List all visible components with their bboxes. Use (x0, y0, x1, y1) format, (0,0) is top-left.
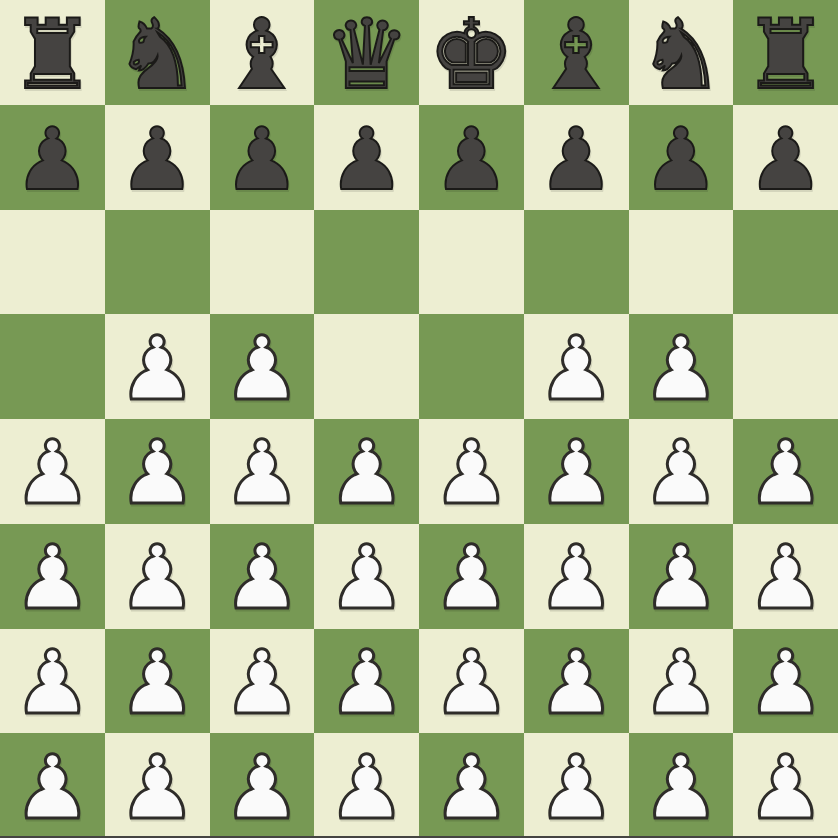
square-d3[interactable]: ♟ (314, 524, 419, 629)
square-c3[interactable]: ♟ (210, 524, 315, 629)
piece-white-pawn[interactable]: ♟ (641, 639, 720, 727)
square-c2[interactable]: ♟ (210, 629, 315, 734)
square-b8[interactable]: ♞ (105, 0, 210, 105)
square-f8[interactable]: ♝ (524, 0, 629, 105)
piece-white-pawn[interactable]: ♟ (13, 744, 92, 832)
square-a4[interactable]: ♟ (0, 419, 105, 524)
piece-white-pawn[interactable]: ♟ (222, 429, 301, 517)
piece-white-pawn[interactable]: ♟ (118, 639, 197, 727)
piece-white-pawn[interactable]: ♟ (222, 534, 301, 622)
piece-white-pawn[interactable]: ♟ (641, 534, 720, 622)
piece-black-pawn[interactable]: ♟ (328, 116, 405, 202)
piece-black-pawn[interactable]: ♟ (223, 116, 300, 202)
square-h5[interactable] (733, 314, 838, 419)
square-a3[interactable]: ♟ (0, 524, 105, 629)
square-e6[interactable] (419, 210, 524, 315)
square-f2[interactable]: ♟ (524, 629, 629, 734)
piece-black-queen[interactable]: ♛ (323, 6, 410, 103)
square-c7[interactable]: ♟ (210, 105, 315, 210)
piece-white-pawn[interactable]: ♟ (13, 429, 92, 517)
square-b4[interactable]: ♟ (105, 419, 210, 524)
piece-white-pawn[interactable]: ♟ (746, 429, 825, 517)
square-a7[interactable]: ♟ (0, 105, 105, 210)
square-h8[interactable]: ♜ (733, 0, 838, 105)
square-e3[interactable]: ♟ (419, 524, 524, 629)
piece-black-pawn[interactable]: ♟ (538, 116, 615, 202)
square-d7[interactable]: ♟ (314, 105, 419, 210)
square-a1[interactable]: ♟ (0, 733, 105, 838)
square-d4[interactable]: ♟ (314, 419, 419, 524)
square-a2[interactable]: ♟ (0, 629, 105, 734)
square-h4[interactable]: ♟ (733, 419, 838, 524)
square-e8[interactable]: ♚ (419, 0, 524, 105)
piece-black-pawn[interactable]: ♟ (119, 116, 196, 202)
piece-black-rook[interactable]: ♜ (9, 6, 96, 103)
piece-white-pawn[interactable]: ♟ (118, 429, 197, 517)
piece-white-pawn[interactable]: ♟ (641, 429, 720, 517)
piece-black-bishop[interactable]: ♝ (218, 6, 305, 103)
square-a8[interactable]: ♜ (0, 0, 105, 105)
piece-white-pawn[interactable]: ♟ (432, 744, 511, 832)
square-h6[interactable] (733, 210, 838, 315)
piece-white-pawn[interactable]: ♟ (222, 744, 301, 832)
square-f1[interactable]: ♟ (524, 733, 629, 838)
square-e7[interactable]: ♟ (419, 105, 524, 210)
square-b5[interactable]: ♟ (105, 314, 210, 419)
square-c6[interactable] (210, 210, 315, 315)
piece-white-pawn[interactable]: ♟ (746, 639, 825, 727)
square-g4[interactable]: ♟ (629, 419, 734, 524)
piece-white-pawn[interactable]: ♟ (537, 744, 616, 832)
piece-white-pawn[interactable]: ♟ (641, 325, 720, 413)
piece-black-pawn[interactable]: ♟ (433, 116, 510, 202)
square-g5[interactable]: ♟ (629, 314, 734, 419)
square-h7[interactable]: ♟ (733, 105, 838, 210)
piece-white-pawn[interactable]: ♟ (432, 534, 511, 622)
piece-black-pawn[interactable]: ♟ (642, 116, 719, 202)
piece-white-pawn[interactable]: ♟ (537, 639, 616, 727)
piece-white-pawn[interactable]: ♟ (537, 325, 616, 413)
square-b2[interactable]: ♟ (105, 629, 210, 734)
piece-white-pawn[interactable]: ♟ (746, 534, 825, 622)
square-d1[interactable]: ♟ (314, 733, 419, 838)
piece-black-pawn[interactable]: ♟ (747, 116, 824, 202)
square-d2[interactable]: ♟ (314, 629, 419, 734)
board-container: ♜♞♝♛♚♝♞♜♟♟♟♟♟♟♟♟♟♟♟♟♟♟♟♟♟♟♟♟♟♟♟♟♟♟♟♟♟♟♟♟… (0, 0, 838, 838)
chess-board: ♜♞♝♛♚♝♞♜♟♟♟♟♟♟♟♟♟♟♟♟♟♟♟♟♟♟♟♟♟♟♟♟♟♟♟♟♟♟♟♟… (0, 0, 838, 838)
square-g8[interactable]: ♞ (629, 0, 734, 105)
piece-white-pawn[interactable]: ♟ (537, 429, 616, 517)
square-d6[interactable] (314, 210, 419, 315)
square-d8[interactable]: ♛ (314, 0, 419, 105)
piece-white-pawn[interactable]: ♟ (327, 639, 406, 727)
square-b7[interactable]: ♟ (105, 105, 210, 210)
square-g6[interactable] (629, 210, 734, 315)
piece-white-pawn[interactable]: ♟ (118, 744, 197, 832)
square-a6[interactable] (0, 210, 105, 315)
square-f3[interactable]: ♟ (524, 524, 629, 629)
piece-white-pawn[interactable]: ♟ (327, 744, 406, 832)
piece-black-king[interactable]: ♚ (428, 6, 515, 103)
square-e2[interactable]: ♟ (419, 629, 524, 734)
square-d5[interactable] (314, 314, 419, 419)
square-g2[interactable]: ♟ (629, 629, 734, 734)
square-g1[interactable]: ♟ (629, 733, 734, 838)
square-e1[interactable]: ♟ (419, 733, 524, 838)
square-e5[interactable] (419, 314, 524, 419)
piece-white-pawn[interactable]: ♟ (746, 744, 825, 832)
piece-white-pawn[interactable]: ♟ (118, 325, 197, 413)
piece-white-pawn[interactable]: ♟ (537, 534, 616, 622)
square-f4[interactable]: ♟ (524, 419, 629, 524)
piece-white-pawn[interactable]: ♟ (222, 325, 301, 413)
square-h3[interactable]: ♟ (733, 524, 838, 629)
square-c5[interactable]: ♟ (210, 314, 315, 419)
square-h2[interactable]: ♟ (733, 629, 838, 734)
square-c4[interactable]: ♟ (210, 419, 315, 524)
piece-white-pawn[interactable]: ♟ (327, 429, 406, 517)
square-e4[interactable]: ♟ (419, 419, 524, 524)
piece-white-pawn[interactable]: ♟ (432, 639, 511, 727)
piece-white-pawn[interactable]: ♟ (13, 639, 92, 727)
square-g7[interactable]: ♟ (629, 105, 734, 210)
piece-black-rook[interactable]: ♜ (742, 6, 829, 103)
piece-black-bishop[interactable]: ♝ (533, 6, 620, 103)
piece-white-pawn[interactable]: ♟ (327, 534, 406, 622)
square-f5[interactable]: ♟ (524, 314, 629, 419)
square-f7[interactable]: ♟ (524, 105, 629, 210)
piece-black-pawn[interactable]: ♟ (14, 116, 91, 202)
square-c1[interactable]: ♟ (210, 733, 315, 838)
square-b6[interactable] (105, 210, 210, 315)
square-b3[interactable]: ♟ (105, 524, 210, 629)
piece-white-pawn[interactable]: ♟ (641, 744, 720, 832)
piece-white-pawn[interactable]: ♟ (432, 429, 511, 517)
piece-white-pawn[interactable]: ♟ (222, 639, 301, 727)
square-a5[interactable] (0, 314, 105, 419)
piece-black-knight[interactable]: ♞ (637, 6, 724, 103)
square-b1[interactable]: ♟ (105, 733, 210, 838)
piece-white-pawn[interactable]: ♟ (13, 534, 92, 622)
piece-black-knight[interactable]: ♞ (114, 6, 201, 103)
piece-white-pawn[interactable]: ♟ (118, 534, 197, 622)
square-h1[interactable]: ♟ (733, 733, 838, 838)
square-g3[interactable]: ♟ (629, 524, 734, 629)
square-c8[interactable]: ♝ (210, 0, 315, 105)
square-f6[interactable] (524, 210, 629, 315)
